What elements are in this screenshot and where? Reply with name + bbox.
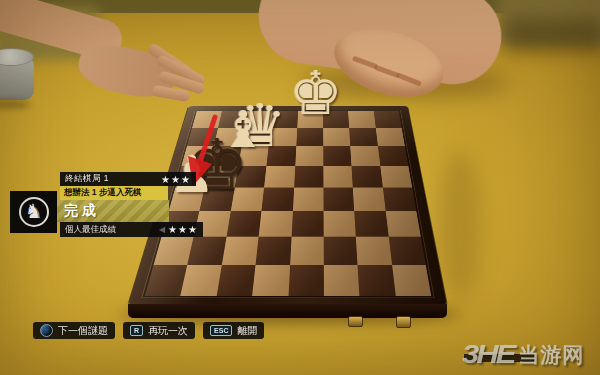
bottom-bar: 下一個謎題 R 再玩一次 ESC 離開	[33, 322, 264, 339]
board-square[interactable]	[392, 265, 431, 296]
board-square[interactable]	[252, 265, 289, 296]
board-square[interactable]	[374, 111, 402, 128]
board-square[interactable]	[324, 237, 358, 265]
best-score-stars: ★★★	[168, 224, 198, 235]
badge-circle: ♞	[19, 197, 49, 227]
board-square[interactable]	[323, 188, 354, 211]
board-square[interactable]	[294, 166, 324, 187]
next-puzzle-button[interactable]: 下一個謎題	[33, 322, 115, 339]
board-square[interactable]	[388, 237, 425, 265]
board-square[interactable]	[383, 188, 417, 211]
objective-text: 想辦法 1 步逼入死棋	[64, 187, 141, 199]
puzzle-stars: ★★★	[161, 174, 191, 185]
white-king[interactable]: ♚	[289, 64, 343, 124]
board-square[interactable]	[324, 265, 360, 296]
board-square[interactable]	[296, 128, 323, 146]
enter-key-icon	[40, 324, 53, 337]
board-side-shadow	[438, 150, 482, 300]
board-square[interactable]	[290, 237, 324, 265]
board-square[interactable]	[348, 111, 375, 128]
board-square[interactable]	[385, 211, 420, 237]
objective-bar: 想辦法 1 步逼入死棋	[60, 186, 168, 200]
puzzle-title: 終結棋局 1	[65, 173, 109, 185]
board-square[interactable]	[291, 211, 323, 237]
arm-shadow	[505, 18, 600, 52]
knight-icon: ♞	[25, 201, 43, 221]
board-square[interactable]	[323, 166, 353, 187]
board-square[interactable]	[376, 128, 405, 146]
status-bar: 完成	[57, 200, 169, 222]
board-brass-latch	[396, 316, 411, 328]
board-square[interactable]	[259, 211, 293, 237]
board-square[interactable]	[378, 146, 409, 166]
board-square[interactable]	[256, 237, 292, 265]
board-square[interactable]	[188, 237, 227, 265]
board-square[interactable]	[323, 211, 356, 237]
board-square[interactable]	[181, 265, 222, 296]
board-square[interactable]	[295, 146, 323, 166]
game-screen: ♚♛♝♚♟ 終結棋局 1 ★★★ 想辦法 1 步逼入死棋 ♞ 完成 個人最佳成績…	[0, 0, 600, 375]
board-square[interactable]	[356, 237, 392, 265]
ashtray	[0, 48, 34, 108]
leave-label: 離開	[237, 324, 257, 338]
esc-key-icon: ESC	[210, 325, 232, 336]
board-square[interactable]	[354, 211, 388, 237]
status-text: 完成	[57, 202, 100, 220]
best-score-bar: 個人最佳成績 ◀ ★★★	[60, 222, 203, 237]
board-square[interactable]	[264, 166, 295, 187]
board-square[interactable]	[353, 188, 385, 211]
board-square[interactable]	[293, 188, 324, 211]
selector-arrow-icon: ◀	[159, 225, 165, 234]
board-square[interactable]	[380, 166, 412, 187]
next-puzzle-label: 下一個謎題	[58, 324, 108, 338]
board-brass-latch	[348, 316, 363, 327]
board-square[interactable]	[216, 265, 255, 296]
board-square[interactable]	[350, 146, 380, 166]
board-square[interactable]	[323, 146, 351, 166]
leave-button[interactable]: ESC 離開	[203, 322, 264, 339]
puzzle-title-bar: 終結棋局 1 ★★★	[60, 172, 196, 186]
board-square[interactable]	[262, 188, 294, 211]
board-square[interactable]	[226, 211, 261, 237]
knight-badge: ♞	[10, 191, 57, 233]
board-square[interactable]	[323, 128, 350, 146]
r-key-icon: R	[130, 325, 143, 336]
watermark: 3HE 当游网	[462, 336, 600, 372]
best-score-label: 個人最佳成績	[65, 224, 116, 236]
board-square[interactable]	[358, 265, 396, 296]
board-square[interactable]	[222, 237, 259, 265]
watermark-logo: 3HE	[462, 341, 513, 366]
board-square[interactable]	[349, 128, 377, 146]
board-square[interactable]	[352, 166, 383, 187]
board-square[interactable]	[288, 265, 324, 296]
watermark-site: 当游网	[518, 344, 584, 365]
replay-label: 再玩一次	[148, 324, 188, 338]
replay-button[interactable]: R 再玩一次	[123, 322, 195, 339]
